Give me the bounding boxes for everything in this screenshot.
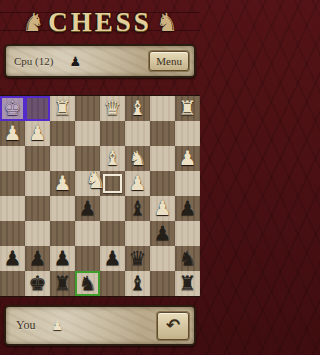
square-c4[interactable]: ♟ [125,171,150,196]
knight-decoration-right-icon: ♞ [156,10,178,35]
square-g8[interactable]: ♚ [25,271,50,296]
knight-decoration-left-icon: ♞ [22,10,44,35]
square-d5[interactable] [100,196,125,221]
square-b5[interactable]: ♟ [150,196,175,221]
square-h8[interactable] [0,271,25,296]
white-bishop-d3: ♝ [100,146,125,171]
black-pawn-b6: ♟ [150,221,175,246]
black-pawn-icon: ♟ [69,55,81,68]
square-b3[interactable] [150,146,175,171]
square-b7[interactable] [150,246,175,271]
square-g1[interactable] [25,96,50,121]
white-pawn-a3: ♟ [175,146,200,171]
white-king-h1: ♚ [0,96,25,121]
square-g6[interactable] [25,221,50,246]
square-f2[interactable] [50,121,75,146]
black-pawn-f7: ♟ [50,246,75,271]
black-knight-a7: ♞ [175,246,200,271]
square-f5[interactable] [50,196,75,221]
square-h2[interactable]: ♟ [0,121,25,146]
square-a8[interactable]: ♜ [175,271,200,296]
square-d6[interactable] [100,221,125,246]
you-player-label: You [16,318,35,333]
square-d1[interactable]: ♛ [100,96,125,121]
white-pawn-f4: ♟ [50,171,75,196]
black-pawn-h7: ♟ [0,246,25,271]
cpu-player-label: Cpu (12) [14,55,53,67]
square-f8[interactable]: ♜ [50,271,75,296]
square-h1[interactable]: ♚ [0,96,25,121]
square-f7[interactable]: ♟ [50,246,75,271]
black-bishop-c8: ♝ [125,271,150,296]
black-pawn-d7: ♟ [100,246,125,271]
square-e5[interactable]: ♟ [75,196,100,221]
app-header: ♞ CHESS ♞ [0,0,200,44]
white-knight-c3: ♞ [125,146,150,171]
black-rook-f8: ♜ [50,271,75,296]
square-f6[interactable] [50,221,75,246]
square-b2[interactable] [150,121,175,146]
square-e4[interactable]: ♞ [75,171,100,196]
square-c1[interactable]: ♝ [125,96,150,121]
square-c6[interactable] [125,221,150,246]
square-a1[interactable]: ♜ [175,96,200,121]
white-pawn-c4: ♟ [125,171,150,196]
square-a3[interactable]: ♟ [175,146,200,171]
square-b6[interactable]: ♟ [150,221,175,246]
square-f4[interactable]: ♟ [50,171,75,196]
white-queen-d1: ♛ [100,96,125,121]
square-b4[interactable] [150,171,175,196]
square-d7[interactable]: ♟ [100,246,125,271]
white-rook-a1: ♜ [175,96,200,121]
square-c5[interactable]: ♝ [125,196,150,221]
white-pawn-h2: ♟ [0,121,25,146]
square-b1[interactable] [150,96,175,121]
black-pawn-a5: ♟ [175,196,200,221]
menu-button[interactable]: Menu [149,51,189,71]
app-title: CHESS [48,9,152,36]
square-d3[interactable]: ♝ [100,146,125,171]
square-b8[interactable] [150,271,175,296]
square-d2[interactable] [100,121,125,146]
white-pawn-b5: ♟ [150,196,175,221]
square-e7[interactable] [75,246,100,271]
black-queen-c7: ♛ [125,246,150,271]
white-pawn-icon: ♟ [51,319,63,332]
square-e8[interactable]: ♞ [75,271,100,296]
you-player-bar: You ♟ ↶ [4,305,196,346]
square-h4[interactable] [0,171,25,196]
square-e1[interactable] [75,96,100,121]
square-d4[interactable] [100,171,125,196]
chess-board: ♚♜♛♝♜♟♟♝♞♟♟♞♟♟♝♟♟♟♟♟♟♟♛♞♚♜♞♝♜ [0,95,200,297]
square-h6[interactable] [0,221,25,246]
square-e2[interactable] [75,121,100,146]
square-g7[interactable]: ♟ [25,246,50,271]
square-c2[interactable] [125,121,150,146]
square-a2[interactable] [175,121,200,146]
cpu-player-bar: Cpu (12) ♟ Menu [4,44,196,78]
black-knight-e8: ♞ [75,271,100,296]
square-a7[interactable]: ♞ [175,246,200,271]
square-e6[interactable] [75,221,100,246]
chess-app: ♞ CHESS ♞ Cpu (12) ♟ Menu ♚♜♛♝♜♟♟♝♞♟♟♞♟♟… [0,0,200,355]
white-pawn-g2: ♟ [25,121,50,146]
square-h3[interactable] [0,146,25,171]
square-g2[interactable]: ♟ [25,121,50,146]
black-rook-a8: ♜ [175,271,200,296]
square-h5[interactable] [0,196,25,221]
square-a6[interactable] [175,221,200,246]
black-pawn-e5: ♟ [75,196,100,221]
black-pawn-g7: ♟ [25,246,50,271]
square-g4[interactable] [25,171,50,196]
white-rook-f1: ♜ [50,96,75,121]
square-a5[interactable]: ♟ [175,196,200,221]
undo-button[interactable]: ↶ [157,312,189,340]
square-g5[interactable] [25,196,50,221]
square-c7[interactable]: ♛ [125,246,150,271]
square-c8[interactable]: ♝ [125,271,150,296]
square-a4[interactable] [175,171,200,196]
square-c3[interactable]: ♞ [125,146,150,171]
square-h7[interactable]: ♟ [0,246,25,271]
white-bishop-c1: ♝ [125,96,150,121]
black-bishop-c5: ♝ [125,196,150,221]
square-g3[interactable] [25,146,50,171]
square-d8[interactable] [100,271,125,296]
square-e3[interactable] [75,146,100,171]
black-king-g8: ♚ [25,271,50,296]
square-f3[interactable] [50,146,75,171]
square-f1[interactable]: ♜ [50,96,75,121]
